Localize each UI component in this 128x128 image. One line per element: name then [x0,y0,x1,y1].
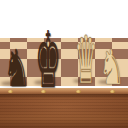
dark-knight: ♞ [3,43,30,94]
light-queen: ♛ [75,28,98,94]
dark-king: ♚ [35,20,61,98]
chess-set-product-photo: ♞♚♛♞ [0,0,128,128]
light-knight: ♞ [99,44,125,92]
mahogany-box-front [0,94,128,128]
